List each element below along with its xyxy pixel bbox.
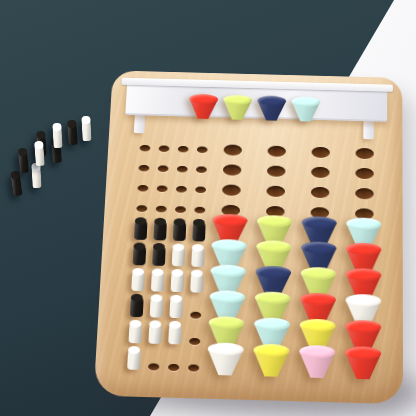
- secret-peg-mint[interactable]: [290, 96, 321, 121]
- small-hole-empty[interactable]: [136, 205, 147, 212]
- score-peg-black[interactable]: [153, 219, 167, 241]
- small-hole-empty[interactable]: [176, 165, 187, 172]
- large-hole-empty[interactable]: [222, 184, 241, 196]
- loose-peg-white[interactable]: [31, 164, 41, 188]
- game-board: [94, 70, 404, 404]
- large-hole-empty[interactable]: [267, 146, 285, 157]
- secret-peg-red[interactable]: [188, 94, 219, 119]
- small-hole-empty[interactable]: [168, 363, 179, 370]
- small-hole-empty[interactable]: [176, 185, 187, 192]
- score-peg-white[interactable]: [131, 269, 145, 291]
- large-hole-empty[interactable]: [355, 148, 373, 159]
- score-peg-black[interactable]: [132, 243, 146, 265]
- score-peg-white[interactable]: [128, 321, 142, 344]
- secret-peg-navy[interactable]: [256, 96, 287, 121]
- large-hole-empty[interactable]: [267, 165, 285, 176]
- large-hole-empty[interactable]: [311, 167, 329, 178]
- small-hole-empty[interactable]: [190, 311, 201, 318]
- secret-peg-lime[interactable]: [222, 95, 253, 120]
- large-hole-empty[interactable]: [355, 168, 373, 179]
- score-peg-black[interactable]: [192, 220, 205, 242]
- small-hole-empty[interactable]: [138, 164, 149, 171]
- large-hole-empty[interactable]: [222, 164, 241, 175]
- large-hole-empty[interactable]: [355, 188, 373, 200]
- large-hole-empty[interactable]: [310, 187, 328, 199]
- small-hole-empty[interactable]: [196, 146, 207, 153]
- score-peg-white[interactable]: [191, 245, 205, 267]
- small-hole-empty[interactable]: [155, 205, 166, 212]
- score-peg-black[interactable]: [133, 218, 147, 240]
- scene: [0, 0, 416, 416]
- score-peg-white[interactable]: [168, 322, 182, 345]
- score-peg-white[interactable]: [150, 269, 164, 291]
- small-hole-empty[interactable]: [139, 144, 150, 151]
- score-peg-black[interactable]: [172, 219, 186, 241]
- guess-peg-red[interactable]: [344, 346, 382, 380]
- small-hole-empty[interactable]: [175, 206, 186, 213]
- small-hole-empty[interactable]: [189, 337, 200, 344]
- score-peg-white[interactable]: [171, 244, 185, 266]
- small-hole-empty[interactable]: [137, 184, 148, 191]
- score-peg-black[interactable]: [129, 295, 143, 318]
- score-peg-white[interactable]: [127, 347, 141, 370]
- large-hole-empty[interactable]: [223, 144, 242, 155]
- guess-peg-pink[interactable]: [298, 345, 336, 379]
- small-hole-empty[interactable]: [158, 145, 169, 152]
- guess-peg-yellow[interactable]: [252, 344, 291, 378]
- small-hole-empty[interactable]: [196, 166, 207, 173]
- score-peg-black[interactable]: [152, 244, 166, 266]
- board-wrapper: [94, 70, 404, 404]
- loose-peg-white[interactable]: [52, 124, 62, 148]
- score-peg-white[interactable]: [190, 270, 204, 292]
- score-peg-white[interactable]: [149, 295, 163, 318]
- small-hole-empty[interactable]: [177, 145, 188, 152]
- loose-peg-white[interactable]: [34, 142, 45, 167]
- small-hole-empty[interactable]: [157, 165, 168, 172]
- loose-peg-black[interactable]: [67, 121, 78, 146]
- small-hole-empty[interactable]: [148, 363, 159, 370]
- large-hole-empty[interactable]: [311, 147, 329, 158]
- small-hole-empty[interactable]: [194, 206, 205, 213]
- score-peg-white[interactable]: [170, 270, 184, 292]
- small-hole-empty[interactable]: [195, 186, 206, 193]
- large-hole-empty[interactable]: [266, 186, 285, 198]
- guess-peg-white[interactable]: [206, 342, 245, 376]
- loose-peg-white[interactable]: [81, 117, 91, 141]
- score-peg-white[interactable]: [148, 321, 162, 344]
- small-hole-empty[interactable]: [188, 364, 199, 371]
- score-peg-white[interactable]: [169, 296, 183, 319]
- small-hole-empty[interactable]: [156, 185, 167, 192]
